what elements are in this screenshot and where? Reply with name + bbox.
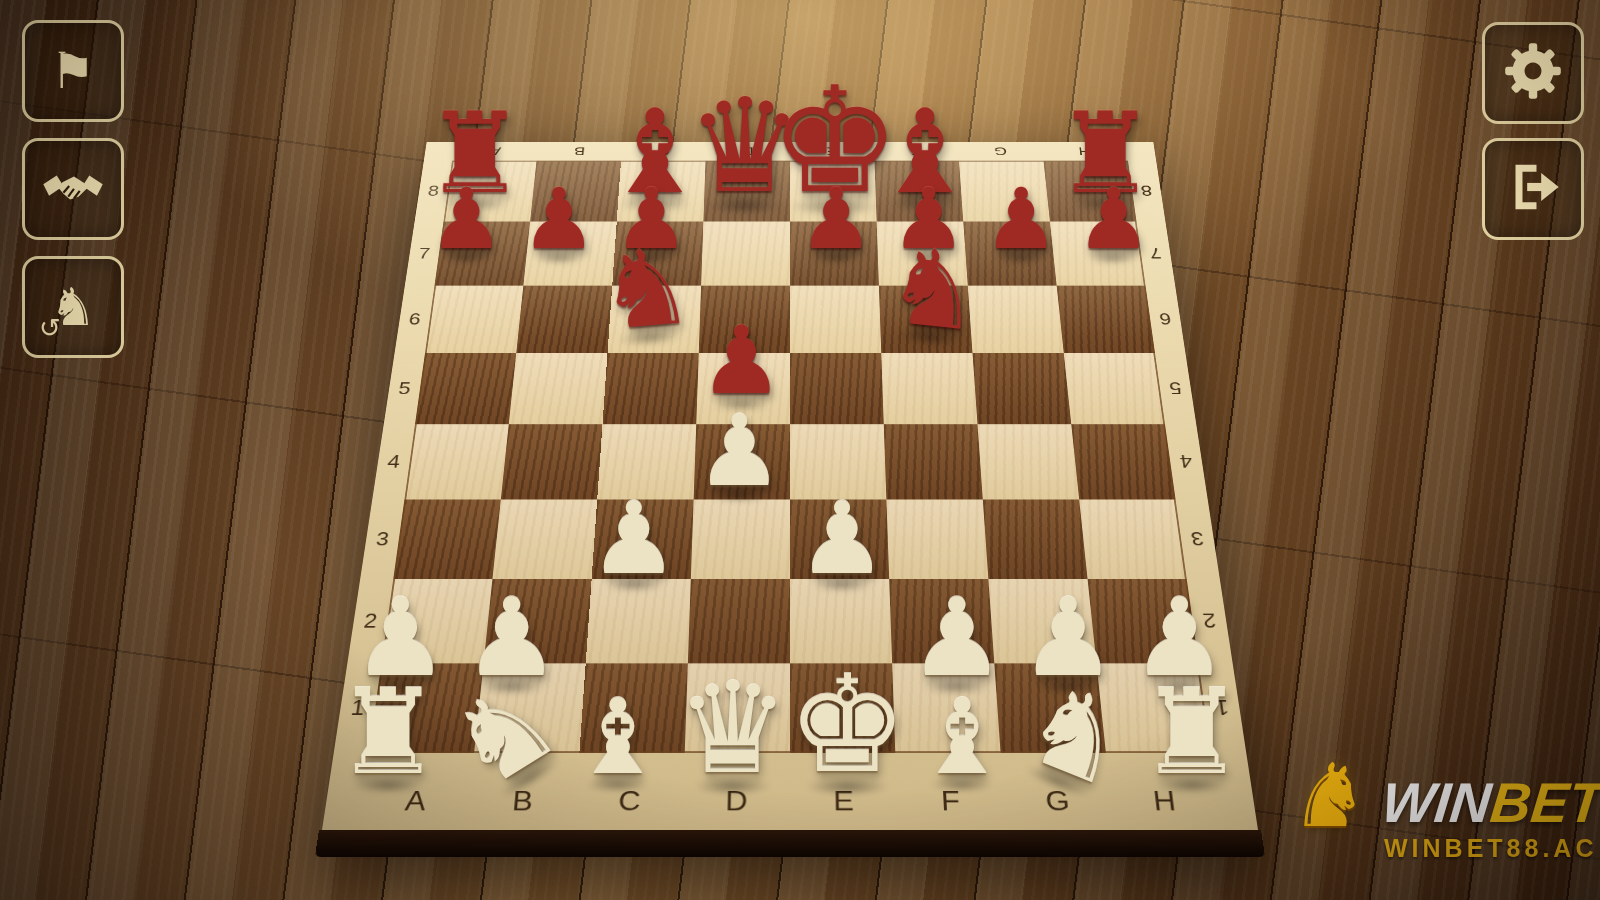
logo-bet-text: BET (1488, 771, 1600, 834)
king-glyph: ♚ (787, 658, 907, 792)
piece-white-pawn-e3[interactable]: ♟ (797, 489, 887, 589)
piece-white-bishop-c1[interactable]: ♝ (571, 685, 664, 789)
square-b5[interactable] (509, 353, 608, 424)
handshake-icon (42, 164, 104, 214)
square-d7[interactable] (701, 222, 790, 286)
square-h3[interactable] (1079, 499, 1187, 579)
square-g4[interactable] (978, 424, 1080, 499)
pawn-glyph: ♟ (521, 177, 596, 261)
pawn-glyph: ♟ (429, 177, 504, 261)
square-a5[interactable] (415, 353, 516, 424)
exit-icon (1505, 159, 1561, 219)
piece-white-bishop-f1[interactable]: ♝ (916, 685, 1009, 789)
bishop-glyph: ♝ (916, 685, 1009, 789)
pawn-glyph: ♟ (695, 402, 783, 500)
piece-red-pawn-e7[interactable]: ♟ (799, 177, 874, 261)
piece-red-knight-c6[interactable]: ♞ (594, 233, 698, 347)
pawn-glyph: ♟ (1076, 177, 1151, 261)
square-g6[interactable] (968, 286, 1064, 353)
takeback-button[interactable]: ♞ ↺ (22, 256, 124, 358)
square-b6[interactable] (516, 286, 612, 353)
square-a3[interactable] (393, 499, 501, 579)
rook-glyph: ♜ (335, 673, 441, 791)
piece-white-rook-a1[interactable]: ♜ (335, 673, 441, 791)
square-c5[interactable] (602, 353, 698, 424)
winbet-site-url: WINBET88.AC (1384, 834, 1597, 863)
draw-offer-button[interactable] (22, 138, 124, 240)
square-a4[interactable] (404, 424, 508, 499)
square-g3[interactable] (983, 499, 1088, 579)
piece-red-knight-f6[interactable]: ♞ (881, 232, 987, 347)
pawn-glyph: ♟ (799, 177, 874, 261)
square-f5[interactable] (881, 353, 977, 424)
square-h6[interactable] (1057, 286, 1155, 353)
winbet-watermark: ♞ WINBET WINBET88.AC (1262, 748, 1592, 868)
square-e5[interactable] (790, 353, 884, 424)
square-e6[interactable] (790, 286, 881, 353)
logo-win-text: WIN (1379, 771, 1494, 834)
gear-icon (1504, 42, 1562, 104)
app-screen: ABCDEFGH 87654321 87654321 ABCDEFGH ♜♝♛♚… (0, 0, 1600, 900)
square-f4[interactable] (884, 424, 983, 499)
piece-red-pawn-b7[interactable]: ♟ (521, 177, 596, 261)
knight-glyph: ♞ (881, 232, 987, 347)
pawn-glyph: ♟ (589, 489, 679, 589)
bishop-glyph: ♝ (571, 685, 664, 789)
knight-glyph: ♞ (594, 233, 698, 347)
resign-button[interactable]: ⚑ (22, 20, 124, 122)
queen-glyph: ♛ (676, 666, 789, 792)
settings-button[interactable] (1482, 22, 1584, 124)
square-d2[interactable] (688, 579, 790, 663)
piece-red-pawn-g7[interactable]: ♟ (983, 177, 1058, 261)
piece-white-rook-h1[interactable]: ♜ (1139, 673, 1245, 791)
winbet-logo: WINBET (1379, 770, 1600, 835)
square-d3[interactable] (691, 499, 790, 579)
exit-button[interactable] (1482, 138, 1584, 240)
square-h5[interactable] (1064, 353, 1165, 424)
piece-white-king-e1[interactable]: ♚ (787, 658, 907, 792)
pawn-glyph: ♟ (797, 489, 887, 589)
square-b4[interactable] (501, 424, 603, 499)
pawn-glyph: ♟ (983, 177, 1058, 261)
piece-white-queen-d1[interactable]: ♛ (676, 666, 789, 792)
flag-icon: ⚑ (51, 46, 96, 96)
piece-red-pawn-a7[interactable]: ♟ (429, 177, 504, 261)
winbet-mascot-icon: ♞ (1290, 752, 1369, 840)
undo-arrow-icon: ↺ (39, 313, 61, 343)
piece-white-pawn-c3[interactable]: ♟ (589, 489, 679, 589)
square-b3[interactable] (492, 499, 597, 579)
square-g5[interactable] (973, 353, 1072, 424)
square-h4[interactable] (1071, 424, 1175, 499)
square-a6[interactable] (425, 286, 523, 353)
square-f3[interactable] (886, 499, 988, 579)
rook-glyph: ♜ (1139, 673, 1245, 791)
piece-red-pawn-h7[interactable]: ♟ (1076, 177, 1151, 261)
piece-white-pawn-d4[interactable]: ♟ (695, 402, 783, 500)
